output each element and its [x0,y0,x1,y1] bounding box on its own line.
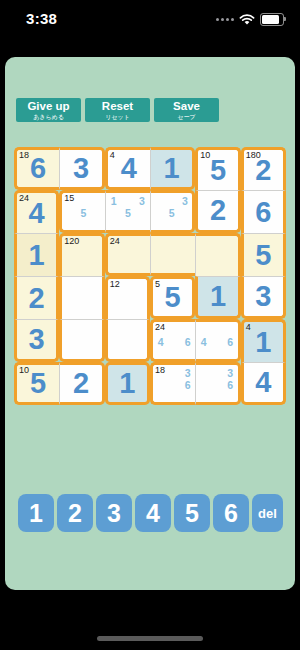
cell-r1c1[interactable]: 155 [59,190,104,233]
cage-clue: 24 [110,236,120,246]
cell-value: 2 [60,365,101,402]
cell-r3c3[interactable]: 55 [150,276,195,319]
cell-r2c4[interactable] [195,233,240,276]
cell-value: 1 [108,365,147,402]
numpad-key-4[interactable]: 4 [135,494,171,532]
cell-r4c5[interactable]: 41 [241,319,286,362]
cell-value: 2 [198,191,237,230]
cell-value: 5 [244,234,283,276]
cell-value: 1 [151,150,192,187]
cell-r4c0[interactable]: 3 [14,319,59,362]
cage-clue: 4 [246,322,251,332]
pencil-mark: 3 [182,195,188,207]
cell-r5c5[interactable]: 4 [241,362,286,405]
cell-r1c4[interactable]: 2 [195,190,240,233]
cell-r3c4[interactable]: 1 [195,276,240,319]
cage-clue: 10 [200,150,210,160]
app-screen: Give up あきらめる Reset リセット Save セーブ 186344… [5,57,295,590]
cell-value: 1 [17,234,56,276]
numpad-delete-button[interactable]: del [252,494,283,532]
save-label: Save [173,101,200,113]
cell-r5c3[interactable]: 1836 [150,362,195,405]
cell-value: 6 [244,191,283,233]
cell-r0c5[interactable]: 1802 [241,147,286,190]
numpad-key-1[interactable]: 1 [18,494,54,532]
cage-clue: 24 [19,193,29,203]
cell-value: 2 [17,277,56,319]
pencil-mark: 6 [185,379,191,391]
puzzle-board: 1863441105180224415513535261120245212551… [14,147,286,405]
cage-clue: 24 [155,322,165,332]
cell-r2c5[interactable]: 5 [241,233,286,276]
pencil-mark: 5 [125,207,131,219]
cage-clue: 15 [64,193,74,203]
cell-r0c0[interactable]: 186 [14,147,59,190]
cell-r4c2[interactable] [105,319,150,362]
pencil-mark: 4 [158,336,164,348]
reset-label: Reset [102,101,133,113]
cell-r3c2[interactable]: 12 [105,276,150,319]
numpad-key-3[interactable]: 3 [96,494,132,532]
cell-value: 3 [60,150,101,187]
pencil-mark: 3 [139,195,145,207]
cell-r3c0[interactable]: 2 [14,276,59,319]
give-up-label: Give up [27,101,69,113]
cell-r5c1[interactable]: 2 [59,362,104,405]
pencil-mark: 1 [111,195,117,207]
reset-button[interactable]: Reset リセット [85,98,150,122]
cell-value: 4 [244,363,283,402]
cellular-signal-icon [216,18,234,21]
cell-r5c2[interactable]: 1 [105,362,150,405]
status-bar: 3:38 [0,0,300,57]
battery-icon [260,13,284,26]
cell-r2c1[interactable]: 120 [59,233,104,276]
cage-clue: 5 [155,279,160,289]
cage-clue: 4 [110,150,115,160]
clock: 3:38 [26,10,57,27]
home-indicator[interactable] [97,636,203,641]
pencil-mark: 5 [81,207,87,219]
pencil-mark: 6 [185,336,191,348]
cell-value: 3 [244,277,283,316]
give-up-button[interactable]: Give up あきらめる [16,98,81,122]
cell-r0c1[interactable]: 3 [59,147,104,190]
toolbar: Give up あきらめる Reset リセット Save セーブ [16,98,219,122]
cell-r1c5[interactable]: 6 [241,190,286,233]
pencil-mark: 3 [185,367,191,379]
cage-clue: 180 [246,150,261,160]
reset-sublabel: リセット [105,114,130,120]
cell-r2c2[interactable]: 24 [105,233,150,276]
numpad-key-2[interactable]: 2 [57,494,93,532]
cell-value: 3 [17,320,56,359]
cage-clue: 18 [155,365,165,375]
pencil-mark: 6 [227,336,233,348]
pencil-mark: 3 [227,367,233,379]
cage-clue: 12 [110,279,120,289]
cell-value: 1 [198,277,237,316]
cell-r1c0[interactable]: 244 [14,190,59,233]
cell-r1c3[interactable]: 35 [150,190,195,233]
cell-r4c3[interactable]: 2446 [150,319,195,362]
cell-r3c5[interactable]: 3 [241,276,286,319]
numpad-key-6[interactable]: 6 [213,494,249,532]
number-pad: 1 2 3 4 5 6 del [18,494,283,532]
cell-r2c0[interactable]: 1 [14,233,59,276]
cell-r4c1[interactable] [59,319,104,362]
cage-clue: 18 [19,150,29,160]
cell-r0c3[interactable]: 1 [150,147,195,190]
cage-clue: 120 [64,236,79,246]
cell-r0c4[interactable]: 105 [195,147,240,190]
give-up-sublabel: あきらめる [33,114,64,120]
save-sublabel: セーブ [177,114,195,120]
numpad-key-5[interactable]: 5 [174,494,210,532]
cell-r5c0[interactable]: 105 [14,362,59,405]
save-button[interactable]: Save セーブ [154,98,219,122]
pencil-mark: 5 [169,207,175,219]
pencil-mark: 6 [227,379,233,391]
pencil-mark: 4 [201,336,207,348]
cell-r4c4[interactable]: 46 [195,319,240,362]
cell-r5c4[interactable]: 36 [195,362,240,405]
cell-r3c1[interactable] [59,276,104,319]
cage-clue: 10 [19,365,29,375]
cell-r1c2[interactable]: 135 [105,190,150,233]
cell-r2c3[interactable] [150,233,195,276]
wifi-icon [239,14,255,26]
cell-r0c2[interactable]: 44 [105,147,150,190]
